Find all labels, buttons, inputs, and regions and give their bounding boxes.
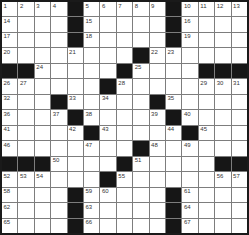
block-cell-r5c2: [18, 64, 33, 78]
cell-r2c15[interactable]: [232, 17, 247, 31]
block-cell-r11c14: [215, 157, 230, 171]
cell-r9c11[interactable]: 44: [166, 126, 181, 140]
clue-number: 66: [85, 219, 92, 226]
cell-r10c15[interactable]: [232, 141, 247, 155]
block-cell-r5c1: [2, 64, 17, 78]
cell-r9c14[interactable]: [215, 126, 230, 140]
cell-r5c4[interactable]: [51, 64, 66, 78]
cell-r13c13[interactable]: [199, 188, 214, 202]
clue-number: 64: [184, 204, 191, 211]
clue-number: 58: [4, 188, 11, 195]
clue-number: 55: [118, 173, 125, 180]
cell-r10c8[interactable]: [117, 141, 132, 155]
clue-number: 50: [53, 157, 60, 164]
cell-r4c8[interactable]: [117, 48, 132, 62]
cell-r8c1[interactable]: 36: [2, 110, 17, 124]
cell-r7c8[interactable]: [117, 95, 132, 109]
cell-r15c7[interactable]: [100, 219, 115, 233]
cell-r8c8[interactable]: [117, 110, 132, 124]
cell-r1c2[interactable]: 2: [18, 2, 33, 16]
cell-r5c11[interactable]: [166, 64, 181, 78]
cell-r12c14[interactable]: 56: [215, 172, 230, 186]
cell-r1c9[interactable]: 8: [133, 2, 148, 16]
cell-r9c15[interactable]: [232, 126, 247, 140]
clue-number: 60: [102, 188, 109, 195]
cell-r13c4[interactable]: [51, 188, 66, 202]
cell-r7c9[interactable]: [133, 95, 148, 109]
block-cell-r14c11: [166, 203, 181, 217]
cell-r4c11[interactable]: 23: [166, 48, 181, 62]
cell-r9c3[interactable]: [35, 126, 50, 140]
cell-r1c8[interactable]: 7: [117, 2, 132, 16]
cell-r4c14[interactable]: [215, 48, 230, 62]
cell-r13c3[interactable]: [35, 188, 50, 202]
cell-r15c15[interactable]: [232, 219, 247, 233]
clue-number: 61: [184, 188, 191, 195]
clue-number: 20: [4, 49, 11, 56]
cell-r2c8[interactable]: [117, 17, 132, 31]
clue-number: 40: [184, 111, 191, 118]
cell-r3c1[interactable]: 17: [2, 33, 17, 47]
clue-number: 4: [53, 3, 56, 10]
block-cell-r11c8: [117, 157, 132, 171]
clue-number: 54: [36, 173, 43, 180]
cell-r4c12[interactable]: [182, 48, 197, 62]
block-cell-r15c5: [68, 219, 83, 233]
cell-r10c3[interactable]: [35, 141, 50, 155]
cell-r15c3[interactable]: [35, 219, 50, 233]
cell-r15c6[interactable]: 66: [84, 219, 99, 233]
cell-r1c1[interactable]: 1: [2, 2, 17, 16]
block-cell-r5c14: [215, 64, 230, 78]
block-cell-r13c11: [166, 188, 181, 202]
cell-r4c10[interactable]: 22: [150, 48, 165, 62]
cell-r13c15[interactable]: [232, 188, 247, 202]
block-cell-r3c5: [68, 33, 83, 47]
cell-r3c13[interactable]: [199, 33, 214, 47]
clue-number: 63: [85, 204, 92, 211]
clue-number: 21: [69, 49, 76, 56]
block-cell-r8c5: [68, 110, 83, 124]
clue-number: 49: [184, 142, 191, 149]
cell-r10c2[interactable]: [18, 141, 33, 155]
clue-number: 19: [184, 33, 191, 40]
cell-r12c1[interactable]: 52: [2, 172, 17, 186]
cell-r13c6[interactable]: 59: [84, 188, 99, 202]
cell-r13c10[interactable]: [150, 188, 165, 202]
clue-number: 13: [233, 3, 240, 10]
cell-r14c6[interactable]: 63: [84, 203, 99, 217]
cell-r12c11[interactable]: [166, 172, 181, 186]
cell-r6c9[interactable]: [133, 79, 148, 93]
clue-number: 6: [102, 3, 105, 10]
cell-r4c13[interactable]: [199, 48, 214, 62]
cell-r1c4[interactable]: 4: [51, 2, 66, 16]
cell-r4c5[interactable]: 21: [68, 48, 83, 62]
cell-r8c12[interactable]: 40: [182, 110, 197, 124]
cell-r3c8[interactable]: [117, 33, 132, 47]
cell-r14c2[interactable]: [18, 203, 33, 217]
cell-r6c11[interactable]: [166, 79, 181, 93]
cell-r10c11[interactable]: [166, 141, 181, 155]
cell-r9c10[interactable]: [150, 126, 165, 140]
block-cell-r11c15: [232, 157, 247, 171]
clue-number: 46: [4, 142, 11, 149]
cell-r3c10[interactable]: [150, 33, 165, 47]
cell-r6c13[interactable]: 29: [199, 79, 214, 93]
clue-number: 24: [36, 64, 43, 71]
cell-r10c10[interactable]: 48: [150, 141, 165, 155]
cell-r15c14[interactable]: [215, 219, 230, 233]
cell-r14c1[interactable]: 62: [2, 203, 17, 217]
cell-r1c12[interactable]: 10: [182, 2, 197, 16]
cell-r7c5[interactable]: 33: [68, 95, 83, 109]
cell-r9c13[interactable]: 45: [199, 126, 214, 140]
cell-r15c13[interactable]: [199, 219, 214, 233]
cell-r12c4[interactable]: [51, 172, 66, 186]
clue-number: 56: [217, 173, 224, 180]
clue-number: 53: [20, 173, 27, 180]
cell-r15c8[interactable]: [117, 219, 132, 233]
cell-r9c7[interactable]: 43: [100, 126, 115, 140]
cell-r14c14[interactable]: [215, 203, 230, 217]
clue-number: 14: [4, 18, 11, 25]
clue-number: 22: [151, 49, 158, 56]
cell-r15c10[interactable]: [150, 219, 165, 233]
cell-r5c10[interactable]: [150, 64, 165, 78]
block-cell-r2c5: [68, 17, 83, 31]
cell-r9c1[interactable]: 41: [2, 126, 17, 140]
cell-r7c12[interactable]: [182, 95, 197, 109]
cell-r12c6[interactable]: [84, 172, 99, 186]
cell-r2c13[interactable]: [199, 17, 214, 31]
cell-r4c15[interactable]: [232, 48, 247, 62]
clue-number: 1: [4, 3, 7, 10]
cell-r13c8[interactable]: [117, 188, 132, 202]
cell-r3c15[interactable]: [232, 33, 247, 47]
block-cell-r11c3: [35, 157, 50, 171]
cell-r12c9[interactable]: [133, 172, 148, 186]
cell-r3c3[interactable]: [35, 33, 50, 47]
block-cell-r7c10: [150, 95, 165, 109]
clue-number: 7: [118, 3, 121, 10]
cell-r7c6[interactable]: [84, 95, 99, 109]
cell-r1c3[interactable]: 3: [35, 2, 50, 16]
cell-r6c4[interactable]: [51, 79, 66, 93]
cell-r2c2[interactable]: [18, 17, 33, 31]
cell-r13c14[interactable]: [215, 188, 230, 202]
clue-number: 10: [184, 3, 191, 10]
cell-r10c5[interactable]: [68, 141, 83, 155]
cell-r14c7[interactable]: [100, 203, 115, 217]
cell-r9c9[interactable]: [133, 126, 148, 140]
clue-number: 65: [4, 219, 11, 226]
cell-r6c1[interactable]: 26: [2, 79, 17, 93]
cell-r8c10[interactable]: 39: [150, 110, 165, 124]
clue-number: 27: [20, 80, 27, 87]
cell-r7c14[interactable]: [215, 95, 230, 109]
cell-r4c6[interactable]: [84, 48, 99, 62]
cell-r12c5[interactable]: [68, 172, 83, 186]
cell-r2c9[interactable]: [133, 17, 148, 31]
cell-r10c7[interactable]: [100, 141, 115, 155]
clue-number: 47: [85, 142, 92, 149]
crossword-grid: 1234567891011121314151617181920212223242…: [0, 0, 249, 235]
cell-r14c10[interactable]: [150, 203, 165, 217]
clue-number: 62: [4, 204, 11, 211]
cell-r15c9[interactable]: [133, 219, 148, 233]
block-cell-r1c5: [68, 2, 83, 16]
cell-r8c3[interactable]: [35, 110, 50, 124]
cell-r10c13[interactable]: [199, 141, 214, 155]
cell-r15c12[interactable]: 67: [182, 219, 197, 233]
cell-r3c7[interactable]: [100, 33, 115, 47]
clue-number: 44: [167, 126, 174, 133]
cell-r11c7[interactable]: [100, 157, 115, 171]
clue-number: 11: [200, 3, 206, 10]
clue-number: 2: [20, 3, 23, 10]
clue-number: 48: [151, 142, 158, 149]
block-cell-r2c11: [166, 17, 181, 31]
cell-r5c6[interactable]: [84, 64, 99, 78]
clue-number: 3: [36, 3, 39, 10]
cell-r4c1[interactable]: 20: [2, 48, 17, 62]
cell-r10c4[interactable]: [51, 141, 66, 155]
cell-r7c11[interactable]: 35: [166, 95, 181, 109]
cell-r1c7[interactable]: 6: [100, 2, 115, 16]
block-cell-r5c8: [117, 64, 132, 78]
cell-r2c6[interactable]: 15: [84, 17, 99, 31]
cell-r12c8[interactable]: 55: [117, 172, 132, 186]
clue-number: 5: [85, 3, 88, 10]
cell-r8c7[interactable]: [100, 110, 115, 124]
cell-r4c7[interactable]: [100, 48, 115, 62]
cell-r13c1[interactable]: 58: [2, 188, 17, 202]
cell-r14c3[interactable]: [35, 203, 50, 217]
cell-r10c6[interactable]: 47: [84, 141, 99, 155]
cell-r15c4[interactable]: [51, 219, 66, 233]
cell-r3c14[interactable]: [215, 33, 230, 47]
cell-r12c15[interactable]: 57: [232, 172, 247, 186]
cell-r2c10[interactable]: [150, 17, 165, 31]
clue-number: 52: [4, 173, 11, 180]
cell-r7c15[interactable]: [232, 95, 247, 109]
clue-number: 33: [69, 95, 76, 102]
clue-number: 45: [200, 126, 207, 133]
block-cell-r12c7: [100, 172, 115, 186]
cell-r12c2[interactable]: 53: [18, 172, 33, 186]
cell-r6c10[interactable]: [150, 79, 165, 93]
cell-r6c5[interactable]: [68, 79, 83, 93]
block-cell-r9c12: [182, 126, 197, 140]
block-cell-r1c11: [166, 2, 181, 16]
cell-r2c3[interactable]: [35, 17, 50, 31]
cell-r9c2[interactable]: [18, 126, 33, 140]
clue-number: 51: [135, 157, 142, 164]
block-cell-r5c13: [199, 64, 214, 78]
cell-r6c8[interactable]: 28: [117, 79, 132, 93]
cell-r3c2[interactable]: [18, 33, 33, 47]
cell-r2c12[interactable]: 16: [182, 17, 197, 31]
cell-r11c9[interactable]: 51: [133, 157, 148, 171]
cell-r7c3[interactable]: [35, 95, 50, 109]
cell-r5c7[interactable]: [100, 64, 115, 78]
block-cell-r11c1: [2, 157, 17, 171]
clue-number: 34: [102, 95, 109, 102]
block-cell-r8c11: [166, 110, 181, 124]
cell-r13c7[interactable]: 60: [100, 188, 115, 202]
cell-r11c13[interactable]: [199, 157, 214, 171]
cell-r11c10[interactable]: [150, 157, 165, 171]
cell-r4c3[interactable]: [35, 48, 50, 62]
cell-r8c4[interactable]: 37: [51, 110, 66, 124]
clue-number: 8: [135, 3, 138, 10]
cell-r9c8[interactable]: [117, 126, 132, 140]
block-cell-r6c7: [100, 79, 115, 93]
cell-r11c5[interactable]: [68, 157, 83, 171]
clue-number: 36: [4, 111, 11, 118]
cell-r11c11[interactable]: [166, 157, 181, 171]
cell-r12c13[interactable]: [199, 172, 214, 186]
cell-r2c14[interactable]: [215, 17, 230, 31]
cell-r14c9[interactable]: [133, 203, 148, 217]
block-cell-r10c9: [133, 141, 148, 155]
cell-r4c2[interactable]: [18, 48, 33, 62]
clue-number: 39: [151, 111, 158, 118]
cell-r2c1[interactable]: 14: [2, 17, 17, 31]
block-cell-r13c5: [68, 188, 83, 202]
cell-r14c4[interactable]: [51, 203, 66, 217]
cell-r13c2[interactable]: [18, 188, 33, 202]
cell-r14c8[interactable]: [117, 203, 132, 217]
cell-r5c3[interactable]: 24: [35, 64, 50, 78]
cell-r6c14[interactable]: 30: [215, 79, 230, 93]
clue-number: 26: [4, 80, 11, 87]
clue-number: 38: [85, 111, 92, 118]
clue-number: 25: [135, 64, 142, 71]
cell-r4c4[interactable]: [51, 48, 66, 62]
clue-number: 28: [118, 80, 125, 87]
cell-r15c1[interactable]: 65: [2, 219, 17, 233]
cell-r2c4[interactable]: [51, 17, 66, 31]
clue-number: 42: [69, 126, 76, 133]
cell-r10c12[interactable]: 49: [182, 141, 197, 155]
cell-r1c14[interactable]: 12: [215, 2, 230, 16]
block-cell-r5c15: [232, 64, 247, 78]
cell-r6c12[interactable]: [182, 79, 197, 93]
clue-number: 43: [102, 126, 109, 133]
cell-r14c12[interactable]: 64: [182, 203, 197, 217]
clue-number: 37: [53, 111, 60, 118]
cell-r3c4[interactable]: [51, 33, 66, 47]
cell-r8c15[interactable]: [232, 110, 247, 124]
clue-number: 57: [233, 173, 240, 180]
cell-r8c14[interactable]: [215, 110, 230, 124]
cell-r8c9[interactable]: [133, 110, 148, 124]
cell-r7c1[interactable]: 32: [2, 95, 17, 109]
clue-number: 23: [167, 49, 174, 56]
cell-r10c1[interactable]: 46: [2, 141, 17, 155]
cell-r10c14[interactable]: [215, 141, 230, 155]
clue-number: 30: [217, 80, 224, 87]
clue-number: 67: [184, 219, 191, 226]
clue-number: 17: [4, 33, 11, 40]
block-cell-r15c11: [166, 219, 181, 233]
cell-r8c6[interactable]: 38: [84, 110, 99, 124]
cell-r12c3[interactable]: 54: [35, 172, 50, 186]
cell-r6c6[interactable]: [84, 79, 99, 93]
cell-r3c9[interactable]: [133, 33, 148, 47]
cell-r3c6[interactable]: 18: [84, 33, 99, 47]
block-cell-r7c4: [51, 95, 66, 109]
cell-r7c2[interactable]: [18, 95, 33, 109]
cell-r11c4[interactable]: 50: [51, 157, 66, 171]
clue-number: 15: [85, 18, 92, 25]
cell-r14c13[interactable]: [199, 203, 214, 217]
block-cell-r9c6: [84, 126, 99, 140]
cell-r11c12[interactable]: [182, 157, 197, 171]
cell-r14c15[interactable]: [232, 203, 247, 217]
cell-r6c15[interactable]: 31: [232, 79, 247, 93]
block-cell-r4c9: [133, 48, 148, 62]
cell-r7c13[interactable]: [199, 95, 214, 109]
cell-r15c2[interactable]: [18, 219, 33, 233]
cell-r6c3[interactable]: [35, 79, 50, 93]
cell-r5c9[interactable]: 25: [133, 64, 148, 78]
cell-r3c12[interactable]: 19: [182, 33, 197, 47]
clue-number: 32: [4, 95, 11, 102]
clue-number: 29: [200, 80, 207, 87]
block-cell-r11c2: [18, 157, 33, 171]
cell-r8c2[interactable]: [18, 110, 33, 124]
cell-r13c9[interactable]: [133, 188, 148, 202]
clue-number: 35: [167, 95, 174, 102]
cell-r13c12[interactable]: 61: [182, 188, 197, 202]
cell-r12c12[interactable]: [182, 172, 197, 186]
clue-number: 12: [217, 3, 224, 10]
cell-r1c15[interactable]: 13: [232, 2, 247, 16]
clue-number: 59: [85, 188, 92, 195]
cell-r6c2[interactable]: 27: [18, 79, 33, 93]
cell-r8c13[interactable]: [199, 110, 214, 124]
clue-number: 16: [184, 18, 191, 25]
cell-r2c7[interactable]: [100, 17, 115, 31]
cell-r1c13[interactable]: 11: [199, 2, 214, 16]
cell-r12c10[interactable]: [150, 172, 165, 186]
block-cell-r3c11: [166, 33, 181, 47]
cell-r11c6[interactable]: [84, 157, 99, 171]
cell-r5c12[interactable]: [182, 64, 197, 78]
clue-number: 41: [4, 126, 11, 133]
block-cell-r14c5: [68, 203, 83, 217]
cell-r9c5[interactable]: 42: [68, 126, 83, 140]
cell-r1c6[interactable]: 5: [84, 2, 99, 16]
clue-number: 18: [85, 33, 92, 40]
cell-r5c5[interactable]: [68, 64, 83, 78]
cell-r7c7[interactable]: 34: [100, 95, 115, 109]
clue-number: 31: [233, 80, 240, 87]
clue-number: 9: [151, 3, 154, 10]
cell-r9c4[interactable]: [51, 126, 66, 140]
cell-r1c10[interactable]: 9: [150, 2, 165, 16]
